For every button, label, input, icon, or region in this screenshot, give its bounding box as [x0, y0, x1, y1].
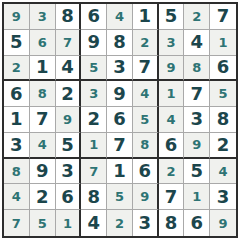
cell-r9c2[interactable]: 5: [30, 210, 56, 236]
cell-r5c3[interactable]: 9: [56, 107, 82, 133]
cell-r1c8[interactable]: 2: [184, 4, 210, 30]
cell-r4c1[interactable]: 6: [4, 81, 30, 107]
cell-r5c8[interactable]: 3: [184, 107, 210, 133]
cell-r2c6[interactable]: 2: [133, 30, 159, 56]
cell-r1c5[interactable]: 4: [107, 4, 133, 30]
cell-r7c3[interactable]: 3: [56, 159, 82, 185]
cell-r2c8[interactable]: 4: [184, 30, 210, 56]
cell-r4c6[interactable]: 4: [133, 81, 159, 107]
cell-r1c3[interactable]: 8: [56, 4, 82, 30]
cell-r8c2[interactable]: 2: [30, 184, 56, 210]
cell-r2c4[interactable]: 9: [81, 30, 107, 56]
cell-r7c6[interactable]: 6: [133, 159, 159, 185]
cell-r8c8[interactable]: 1: [184, 184, 210, 210]
cell-r8c1[interactable]: 4: [4, 184, 30, 210]
cell-r8c7[interactable]: 7: [159, 184, 185, 210]
cell-r6c9[interactable]: 2: [210, 133, 236, 159]
cell-r7c5[interactable]: 1: [107, 159, 133, 185]
cell-r5c1[interactable]: 1: [4, 107, 30, 133]
cell-r7c9[interactable]: 4: [210, 159, 236, 185]
cell-r6c5[interactable]: 7: [107, 133, 133, 159]
cell-r4c7[interactable]: 1: [159, 81, 185, 107]
cell-r5c9[interactable]: 8: [210, 107, 236, 133]
cell-r1c2[interactable]: 3: [30, 4, 56, 30]
cell-r3c2[interactable]: 1: [30, 56, 56, 82]
cell-r6c8[interactable]: 9: [184, 133, 210, 159]
cell-r1c1[interactable]: 9: [4, 4, 30, 30]
cell-r4c3[interactable]: 2: [56, 81, 82, 107]
cell-r8c6[interactable]: 9: [133, 184, 159, 210]
cell-r7c8[interactable]: 5: [184, 159, 210, 185]
cell-r6c6[interactable]: 8: [133, 133, 159, 159]
cell-r5c4[interactable]: 2: [81, 107, 107, 133]
cell-r6c3[interactable]: 5: [56, 133, 82, 159]
cell-r9c9[interactable]: 9: [210, 210, 236, 236]
cell-r3c9[interactable]: 6: [210, 56, 236, 82]
cell-r3c3[interactable]: 4: [56, 56, 82, 82]
cell-r2c2[interactable]: 6: [30, 30, 56, 56]
cell-r9c3[interactable]: 1: [56, 210, 82, 236]
cell-r1c7[interactable]: 5: [159, 4, 185, 30]
sudoku-frame: 9386415275679823412145379866823941751792…: [0, 0, 240, 240]
cell-r4c5[interactable]: 9: [107, 81, 133, 107]
cell-r9c7[interactable]: 8: [159, 210, 185, 236]
cell-r3c5[interactable]: 3: [107, 56, 133, 82]
cell-r5c2[interactable]: 7: [30, 107, 56, 133]
cell-r2c7[interactable]: 3: [159, 30, 185, 56]
cell-r4c4[interactable]: 3: [81, 81, 107, 107]
cell-r8c5[interactable]: 5: [107, 184, 133, 210]
sudoku-board: 9386415275679823412145379866823941751792…: [2, 2, 238, 238]
cell-r7c7[interactable]: 2: [159, 159, 185, 185]
cell-r6c1[interactable]: 3: [4, 133, 30, 159]
cell-r4c9[interactable]: 5: [210, 81, 236, 107]
cell-r4c2[interactable]: 8: [30, 81, 56, 107]
cell-r9c5[interactable]: 2: [107, 210, 133, 236]
cell-r7c4[interactable]: 7: [81, 159, 107, 185]
cell-r8c3[interactable]: 6: [56, 184, 82, 210]
cell-r6c2[interactable]: 4: [30, 133, 56, 159]
cell-r7c1[interactable]: 8: [4, 159, 30, 185]
cell-r3c6[interactable]: 7: [133, 56, 159, 82]
cell-r3c4[interactable]: 5: [81, 56, 107, 82]
cell-r4c8[interactable]: 7: [184, 81, 210, 107]
cell-r8c9[interactable]: 3: [210, 184, 236, 210]
cell-r5c5[interactable]: 6: [107, 107, 133, 133]
cell-r1c4[interactable]: 6: [81, 4, 107, 30]
cell-r8c4[interactable]: 8: [81, 184, 107, 210]
cell-r7c2[interactable]: 9: [30, 159, 56, 185]
cell-r6c4[interactable]: 1: [81, 133, 107, 159]
cell-r5c7[interactable]: 4: [159, 107, 185, 133]
cell-r2c3[interactable]: 7: [56, 30, 82, 56]
cell-r2c9[interactable]: 1: [210, 30, 236, 56]
cell-r6c7[interactable]: 6: [159, 133, 185, 159]
cell-r2c5[interactable]: 8: [107, 30, 133, 56]
cell-r9c8[interactable]: 6: [184, 210, 210, 236]
cell-r3c8[interactable]: 8: [184, 56, 210, 82]
cell-r3c1[interactable]: 2: [4, 56, 30, 82]
cell-r3c7[interactable]: 9: [159, 56, 185, 82]
cell-r1c6[interactable]: 1: [133, 4, 159, 30]
cell-r9c6[interactable]: 3: [133, 210, 159, 236]
cell-r9c4[interactable]: 4: [81, 210, 107, 236]
cell-r9c1[interactable]: 7: [4, 210, 30, 236]
cell-r2c1[interactable]: 5: [4, 30, 30, 56]
cell-r1c9[interactable]: 7: [210, 4, 236, 30]
cell-r5c6[interactable]: 5: [133, 107, 159, 133]
